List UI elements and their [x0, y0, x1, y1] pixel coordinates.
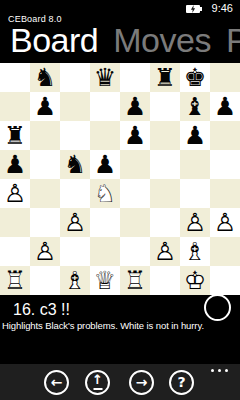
square-b5[interactable] — [30, 150, 60, 179]
square-d8[interactable]: ♛ — [90, 63, 120, 92]
square-c1[interactable]: ♝♗ — [60, 266, 90, 295]
square-b1[interactable] — [30, 266, 60, 295]
up-button[interactable]: ↑ — [85, 370, 110, 395]
arrow-right-icon: → — [136, 374, 148, 390]
piece-white-bishop: ♝♗ — [184, 239, 206, 264]
square-a6[interactable]: ♜ — [0, 121, 30, 150]
chess-board: ♞♛♜♚♟♟♝♟♜♟♟♟♞♟♟♙♞♘♟♙♟♙♟♙♟♙♟♙♝♗♜♖♝♗♛♕♜♖♚♔ — [0, 63, 240, 295]
square-e7[interactable]: ♟ — [120, 92, 150, 121]
piece-black-pawn: ♟ — [34, 94, 56, 119]
square-d4[interactable]: ♞♘ — [90, 179, 120, 208]
square-g1[interactable]: ♚♔ — [180, 266, 210, 295]
piece-black-pawn: ♟ — [124, 94, 146, 119]
piece-white-pawn: ♟♙ — [214, 210, 236, 235]
square-e8[interactable] — [120, 63, 150, 92]
square-h3[interactable]: ♟♙ — [210, 208, 240, 237]
piece-black-queen: ♛ — [94, 65, 116, 90]
square-h4[interactable] — [210, 179, 240, 208]
piece-black-pawn: ♟ — [184, 123, 206, 148]
square-g3[interactable]: ♟♙ — [180, 208, 210, 237]
square-b3[interactable] — [30, 208, 60, 237]
square-f3[interactable] — [150, 208, 180, 237]
square-f5[interactable] — [150, 150, 180, 179]
move-comment: Highlights Black's problems. White is no… — [2, 320, 240, 331]
square-h7[interactable]: ♟ — [210, 92, 240, 121]
back-button[interactable]: ← — [44, 370, 69, 395]
piece-black-pawn: ♟ — [4, 152, 26, 177]
arrow-up-from-bar-icon: ↑ — [92, 372, 103, 387]
square-g4[interactable] — [180, 179, 210, 208]
question-mark-icon: ? — [177, 374, 185, 390]
square-d3[interactable] — [90, 208, 120, 237]
help-button[interactable]: ? — [169, 370, 194, 395]
square-c2[interactable] — [60, 237, 90, 266]
piece-black-pawn: ♟ — [94, 152, 116, 177]
piece-white-king: ♚♔ — [184, 268, 206, 293]
square-c7[interactable] — [60, 92, 90, 121]
square-f6[interactable] — [150, 121, 180, 150]
square-a5[interactable]: ♟ — [0, 150, 30, 179]
square-e6[interactable]: ♟ — [120, 121, 150, 150]
piece-white-knight: ♞♘ — [94, 181, 116, 206]
square-b8[interactable]: ♞ — [30, 63, 60, 92]
square-d1[interactable]: ♛♕ — [90, 266, 120, 295]
square-c5[interactable]: ♞ — [60, 150, 90, 179]
piece-black-king: ♚ — [184, 65, 206, 90]
square-c3[interactable]: ♟♙ — [60, 208, 90, 237]
square-h2[interactable] — [210, 237, 240, 266]
square-a4[interactable]: ♟♙ — [0, 179, 30, 208]
piece-black-knight: ♞ — [34, 65, 56, 90]
piece-black-rook: ♜ — [4, 123, 26, 148]
piece-white-pawn: ♟♙ — [34, 239, 56, 264]
piece-white-pawn: ♟♙ — [4, 181, 26, 206]
tab-board[interactable]: Board — [10, 23, 98, 59]
square-a2[interactable] — [0, 237, 30, 266]
piece-black-knight: ♞ — [64, 152, 86, 177]
circle-outline-icon — [204, 294, 231, 321]
piece-white-rook: ♜♖ — [4, 268, 26, 293]
piece-black-pawn: ♟ — [124, 123, 146, 148]
square-c8[interactable] — [60, 63, 90, 92]
square-f7[interactable] — [150, 92, 180, 121]
piece-white-bishop: ♝♗ — [64, 268, 86, 293]
piece-black-bishop: ♝ — [184, 94, 206, 119]
square-c6[interactable] — [60, 121, 90, 150]
square-h8[interactable] — [210, 63, 240, 92]
square-f1[interactable] — [150, 266, 180, 295]
forward-button[interactable]: → — [129, 370, 154, 395]
square-f4[interactable] — [150, 179, 180, 208]
tab-moves[interactable]: Moves — [113, 23, 211, 59]
square-d2[interactable] — [90, 237, 120, 266]
more-button[interactable] — [211, 369, 228, 372]
square-e5[interactable] — [120, 150, 150, 179]
square-b2[interactable]: ♟♙ — [30, 237, 60, 266]
square-e1[interactable]: ♜♖ — [120, 266, 150, 295]
square-a3[interactable] — [0, 208, 30, 237]
square-g8[interactable]: ♚ — [180, 63, 210, 92]
square-b4[interactable] — [30, 179, 60, 208]
phone-screen: 9:46 CEBoard 8.0 BoardMovesP ♞♛♜♚♟♟♝♟♜♟♟… — [0, 0, 240, 400]
tab-p-truncated[interactable]: P — [226, 23, 240, 59]
square-g5[interactable] — [180, 150, 210, 179]
square-a7[interactable] — [0, 92, 30, 121]
piece-white-pawn: ♟♙ — [184, 210, 206, 235]
move-text: 16. c3 !! — [13, 301, 70, 319]
square-e3[interactable] — [120, 208, 150, 237]
battery-charging-icon — [186, 5, 200, 13]
square-e4[interactable] — [120, 179, 150, 208]
square-a1[interactable]: ♜♖ — [0, 266, 30, 295]
status-time: 9:46 — [212, 2, 233, 14]
arrow-left-icon: ← — [51, 374, 63, 390]
square-f2[interactable]: ♟♙ — [150, 237, 180, 266]
square-b6[interactable] — [30, 121, 60, 150]
piece-white-queen: ♛♕ — [94, 268, 116, 293]
square-d6[interactable] — [90, 121, 120, 150]
square-d5[interactable]: ♟ — [90, 150, 120, 179]
piece-white-pawn: ♟♙ — [64, 210, 86, 235]
square-b7[interactable]: ♟ — [30, 92, 60, 121]
square-g7[interactable]: ♝ — [180, 92, 210, 121]
square-f8[interactable]: ♜ — [150, 63, 180, 92]
panorama-header: BoardMovesP — [10, 23, 240, 59]
piece-black-rook: ♜ — [154, 65, 176, 90]
square-g2[interactable]: ♝♗ — [180, 237, 210, 266]
square-c4[interactable] — [60, 179, 90, 208]
piece-white-pawn: ♟♙ — [154, 239, 176, 264]
square-h6[interactable] — [210, 121, 240, 150]
square-g6[interactable]: ♟ — [180, 121, 210, 150]
piece-white-rook: ♜♖ — [124, 268, 146, 293]
square-h1[interactable] — [210, 266, 240, 295]
square-d7[interactable] — [90, 92, 120, 121]
piece-black-pawn: ♟ — [214, 94, 236, 119]
square-a8[interactable] — [0, 63, 30, 92]
square-h5[interactable] — [210, 150, 240, 179]
square-e2[interactable] — [120, 237, 150, 266]
app-bar: ← ↑ → ? — [0, 364, 240, 400]
